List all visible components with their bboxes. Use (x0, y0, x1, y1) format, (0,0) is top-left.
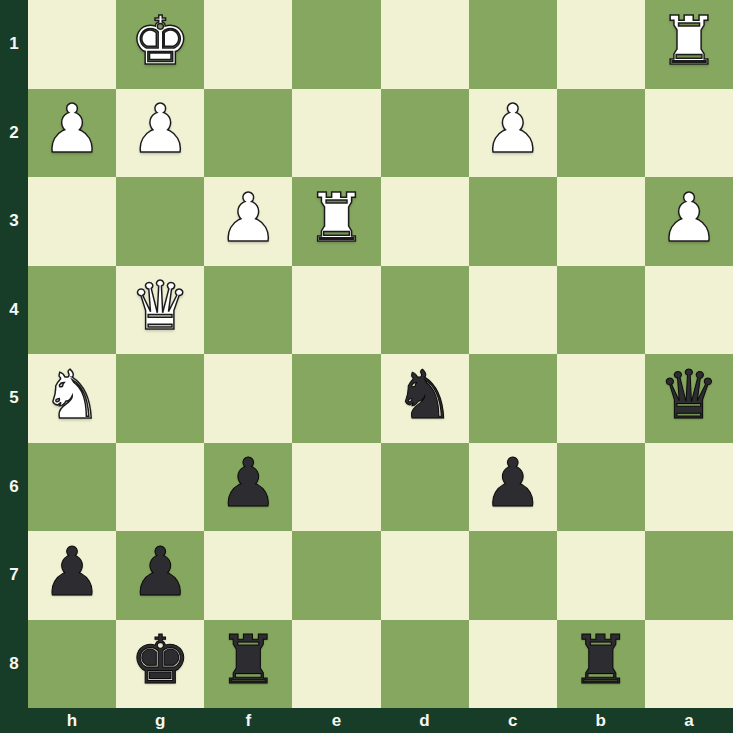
square-f7[interactable] (204, 531, 292, 620)
square-h6[interactable] (28, 443, 116, 532)
square-e1[interactable] (292, 0, 380, 89)
square-e2[interactable] (292, 89, 380, 178)
square-h7[interactable]: ♟ (28, 531, 116, 620)
white-king[interactable]: ♚ (130, 8, 190, 75)
rank-label-7: 7 (0, 531, 28, 620)
square-e3[interactable]: ♜ (292, 177, 380, 266)
square-c6[interactable]: ♟ (469, 443, 557, 532)
square-g3[interactable] (116, 177, 204, 266)
black-pawn[interactable]: ♟ (42, 539, 102, 606)
file-label-c: c (469, 708, 557, 733)
square-h4[interactable] (28, 266, 116, 355)
square-d6[interactable] (381, 443, 469, 532)
square-g2[interactable]: ♟ (116, 89, 204, 178)
white-pawn[interactable]: ♟ (659, 185, 719, 252)
square-f6[interactable]: ♟ (204, 443, 292, 532)
square-e8[interactable] (292, 620, 380, 709)
rank-label-3: 3 (0, 177, 28, 266)
square-f1[interactable] (204, 0, 292, 89)
black-pawn[interactable]: ♟ (483, 450, 543, 517)
rank-label-6: 6 (0, 443, 28, 532)
square-d2[interactable] (381, 89, 469, 178)
square-g1[interactable]: ♚ (116, 0, 204, 89)
rank-label-2: 2 (0, 89, 28, 178)
board-grid: 1♚♜2♟♟♟3♟♜♟4♛5♞♞♛6♟♟7♟♟8♚♜♜hgfedcba (0, 0, 733, 733)
square-a4[interactable] (645, 266, 733, 355)
square-d1[interactable] (381, 0, 469, 89)
square-f3[interactable]: ♟ (204, 177, 292, 266)
square-c5[interactable] (469, 354, 557, 443)
square-a5[interactable]: ♛ (645, 354, 733, 443)
square-e6[interactable] (292, 443, 380, 532)
square-a8[interactable] (645, 620, 733, 709)
square-a3[interactable]: ♟ (645, 177, 733, 266)
white-rook[interactable]: ♜ (659, 8, 719, 75)
file-label-h: h (28, 708, 116, 733)
square-e4[interactable] (292, 266, 380, 355)
square-h1[interactable] (28, 0, 116, 89)
square-a2[interactable] (645, 89, 733, 178)
square-d3[interactable] (381, 177, 469, 266)
square-c8[interactable] (469, 620, 557, 709)
square-b8[interactable]: ♜ (557, 620, 645, 709)
square-c4[interactable] (469, 266, 557, 355)
square-f8[interactable]: ♜ (204, 620, 292, 709)
square-a7[interactable] (645, 531, 733, 620)
square-a1[interactable]: ♜ (645, 0, 733, 89)
square-f4[interactable] (204, 266, 292, 355)
square-g7[interactable]: ♟ (116, 531, 204, 620)
square-e5[interactable] (292, 354, 380, 443)
square-d7[interactable] (381, 531, 469, 620)
file-label-e: e (292, 708, 380, 733)
file-label-f: f (204, 708, 292, 733)
square-b1[interactable] (557, 0, 645, 89)
square-f5[interactable] (204, 354, 292, 443)
file-label-b: b (557, 708, 645, 733)
square-d4[interactable] (381, 266, 469, 355)
square-c3[interactable] (469, 177, 557, 266)
chess-board: 1♚♜2♟♟♟3♟♜♟4♛5♞♞♛6♟♟7♟♟8♚♜♜hgfedcba (0, 0, 733, 733)
white-pawn[interactable]: ♟ (483, 96, 543, 163)
square-d8[interactable] (381, 620, 469, 709)
square-b6[interactable] (557, 443, 645, 532)
square-a6[interactable] (645, 443, 733, 532)
rank-label-8: 8 (0, 620, 28, 709)
square-d5[interactable]: ♞ (381, 354, 469, 443)
square-b3[interactable] (557, 177, 645, 266)
black-rook[interactable]: ♜ (218, 627, 278, 694)
white-queen[interactable]: ♛ (130, 273, 190, 340)
square-h2[interactable]: ♟ (28, 89, 116, 178)
black-king[interactable]: ♚ (130, 627, 190, 694)
square-g8[interactable]: ♚ (116, 620, 204, 709)
square-g4[interactable]: ♛ (116, 266, 204, 355)
square-e7[interactable] (292, 531, 380, 620)
white-pawn[interactable]: ♟ (42, 96, 102, 163)
file-label-d: d (381, 708, 469, 733)
black-queen[interactable]: ♛ (659, 362, 719, 429)
square-b7[interactable] (557, 531, 645, 620)
white-pawn[interactable]: ♟ (130, 96, 190, 163)
square-b4[interactable] (557, 266, 645, 355)
file-label-g: g (116, 708, 204, 733)
black-knight[interactable]: ♞ (395, 362, 455, 429)
rank-label-1: 1 (0, 0, 28, 89)
rank-label-5: 5 (0, 354, 28, 443)
square-h3[interactable] (28, 177, 116, 266)
square-c2[interactable]: ♟ (469, 89, 557, 178)
black-rook[interactable]: ♜ (571, 627, 631, 694)
white-rook[interactable]: ♜ (306, 185, 366, 252)
black-pawn[interactable]: ♟ (218, 450, 278, 517)
rank-label-4: 4 (0, 266, 28, 355)
square-h8[interactable] (28, 620, 116, 709)
white-pawn[interactable]: ♟ (218, 185, 278, 252)
square-g5[interactable] (116, 354, 204, 443)
square-h5[interactable]: ♞ (28, 354, 116, 443)
square-c7[interactable] (469, 531, 557, 620)
corner-spacer (0, 708, 28, 733)
white-knight[interactable]: ♞ (42, 362, 102, 429)
square-c1[interactable] (469, 0, 557, 89)
square-b5[interactable] (557, 354, 645, 443)
black-pawn[interactable]: ♟ (130, 539, 190, 606)
square-f2[interactable] (204, 89, 292, 178)
file-label-a: a (645, 708, 733, 733)
square-g6[interactable] (116, 443, 204, 532)
square-b2[interactable] (557, 89, 645, 178)
